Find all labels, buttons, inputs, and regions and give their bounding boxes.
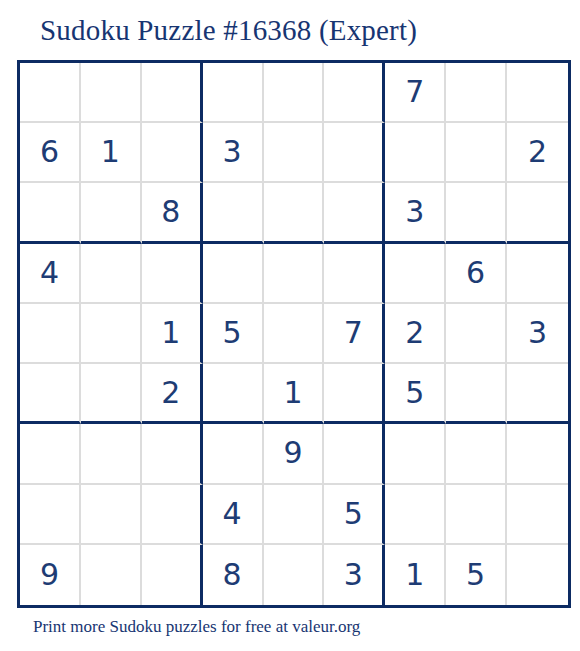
cell-r5c2 [81,304,142,364]
cell-r9c6: 3 [324,545,385,605]
cell-r8c1 [20,485,81,545]
cell-r5c8 [446,304,507,364]
cell-r9c9 [507,545,568,605]
cell-r1c3 [142,63,203,123]
cell-r6c3: 2 [142,364,203,424]
cell-r2c6 [324,123,385,183]
cell-r1c2 [81,63,142,123]
cell-r1c5 [264,63,325,123]
cell-r4c2 [81,244,142,304]
cell-r3c4 [203,183,264,243]
cell-r9c7: 1 [385,545,446,605]
cell-r5c7: 2 [385,304,446,364]
cell-r8c7 [385,485,446,545]
cell-r8c8 [446,485,507,545]
cell-r2c9: 2 [507,123,568,183]
cell-r3c2 [81,183,142,243]
cell-r5c9: 3 [507,304,568,364]
cell-r3c9 [507,183,568,243]
cell-r4c5 [264,244,325,304]
cell-r6c6 [324,364,385,424]
cell-r6c2 [81,364,142,424]
cell-r4c6 [324,244,385,304]
cell-r3c6 [324,183,385,243]
page-title: Sudoku Puzzle #16368 (Expert) [40,14,417,47]
cell-r8c5 [264,485,325,545]
cell-r1c8 [446,63,507,123]
cell-r7c3 [142,424,203,484]
cell-r2c8 [446,123,507,183]
cell-r7c9 [507,424,568,484]
cell-r9c5 [264,545,325,605]
cell-r6c1 [20,364,81,424]
cell-r8c4: 4 [203,485,264,545]
cell-r7c2 [81,424,142,484]
cell-r9c8: 5 [446,545,507,605]
cell-r7c5: 9 [264,424,325,484]
cell-r6c4 [203,364,264,424]
cell-r2c7 [385,123,446,183]
cell-r6c8 [446,364,507,424]
cell-r2c2: 1 [81,123,142,183]
cell-r8c9 [507,485,568,545]
cell-r4c4 [203,244,264,304]
cell-r6c5: 1 [264,364,325,424]
cell-r4c8: 6 [446,244,507,304]
cell-r3c7: 3 [385,183,446,243]
cell-r2c5 [264,123,325,183]
cell-r1c7: 7 [385,63,446,123]
cell-r6c9 [507,364,568,424]
cell-r2c3 [142,123,203,183]
cell-r1c4 [203,63,264,123]
cell-r1c6 [324,63,385,123]
cell-r4c7 [385,244,446,304]
cell-r5c6: 7 [324,304,385,364]
cell-r8c6: 5 [324,485,385,545]
cell-r4c3 [142,244,203,304]
sudoku-board: 7613283461572321594598315 [17,60,571,608]
cell-r9c1: 9 [20,545,81,605]
cell-r6c7: 5 [385,364,446,424]
cell-r4c9 [507,244,568,304]
cell-r3c3: 8 [142,183,203,243]
cell-r2c1: 6 [20,123,81,183]
cell-r7c7 [385,424,446,484]
cell-r5c1 [20,304,81,364]
cell-r9c2 [81,545,142,605]
footer-text: Print more Sudoku puzzles for free at va… [33,617,360,637]
cell-r7c1 [20,424,81,484]
cell-r9c4: 8 [203,545,264,605]
cell-r5c4: 5 [203,304,264,364]
cell-r1c9 [507,63,568,123]
cell-r7c6 [324,424,385,484]
cell-r3c8 [446,183,507,243]
page: Sudoku Puzzle #16368 (Expert) 7613283461… [0,0,580,651]
cell-r4c1: 4 [20,244,81,304]
cell-r3c5 [264,183,325,243]
cell-r5c3: 1 [142,304,203,364]
cell-r9c3 [142,545,203,605]
cell-r7c4 [203,424,264,484]
cell-r5c5 [264,304,325,364]
cell-r3c1 [20,183,81,243]
cell-r8c2 [81,485,142,545]
cell-r8c3 [142,485,203,545]
cell-r2c4: 3 [203,123,264,183]
cell-r1c1 [20,63,81,123]
cell-r7c8 [446,424,507,484]
